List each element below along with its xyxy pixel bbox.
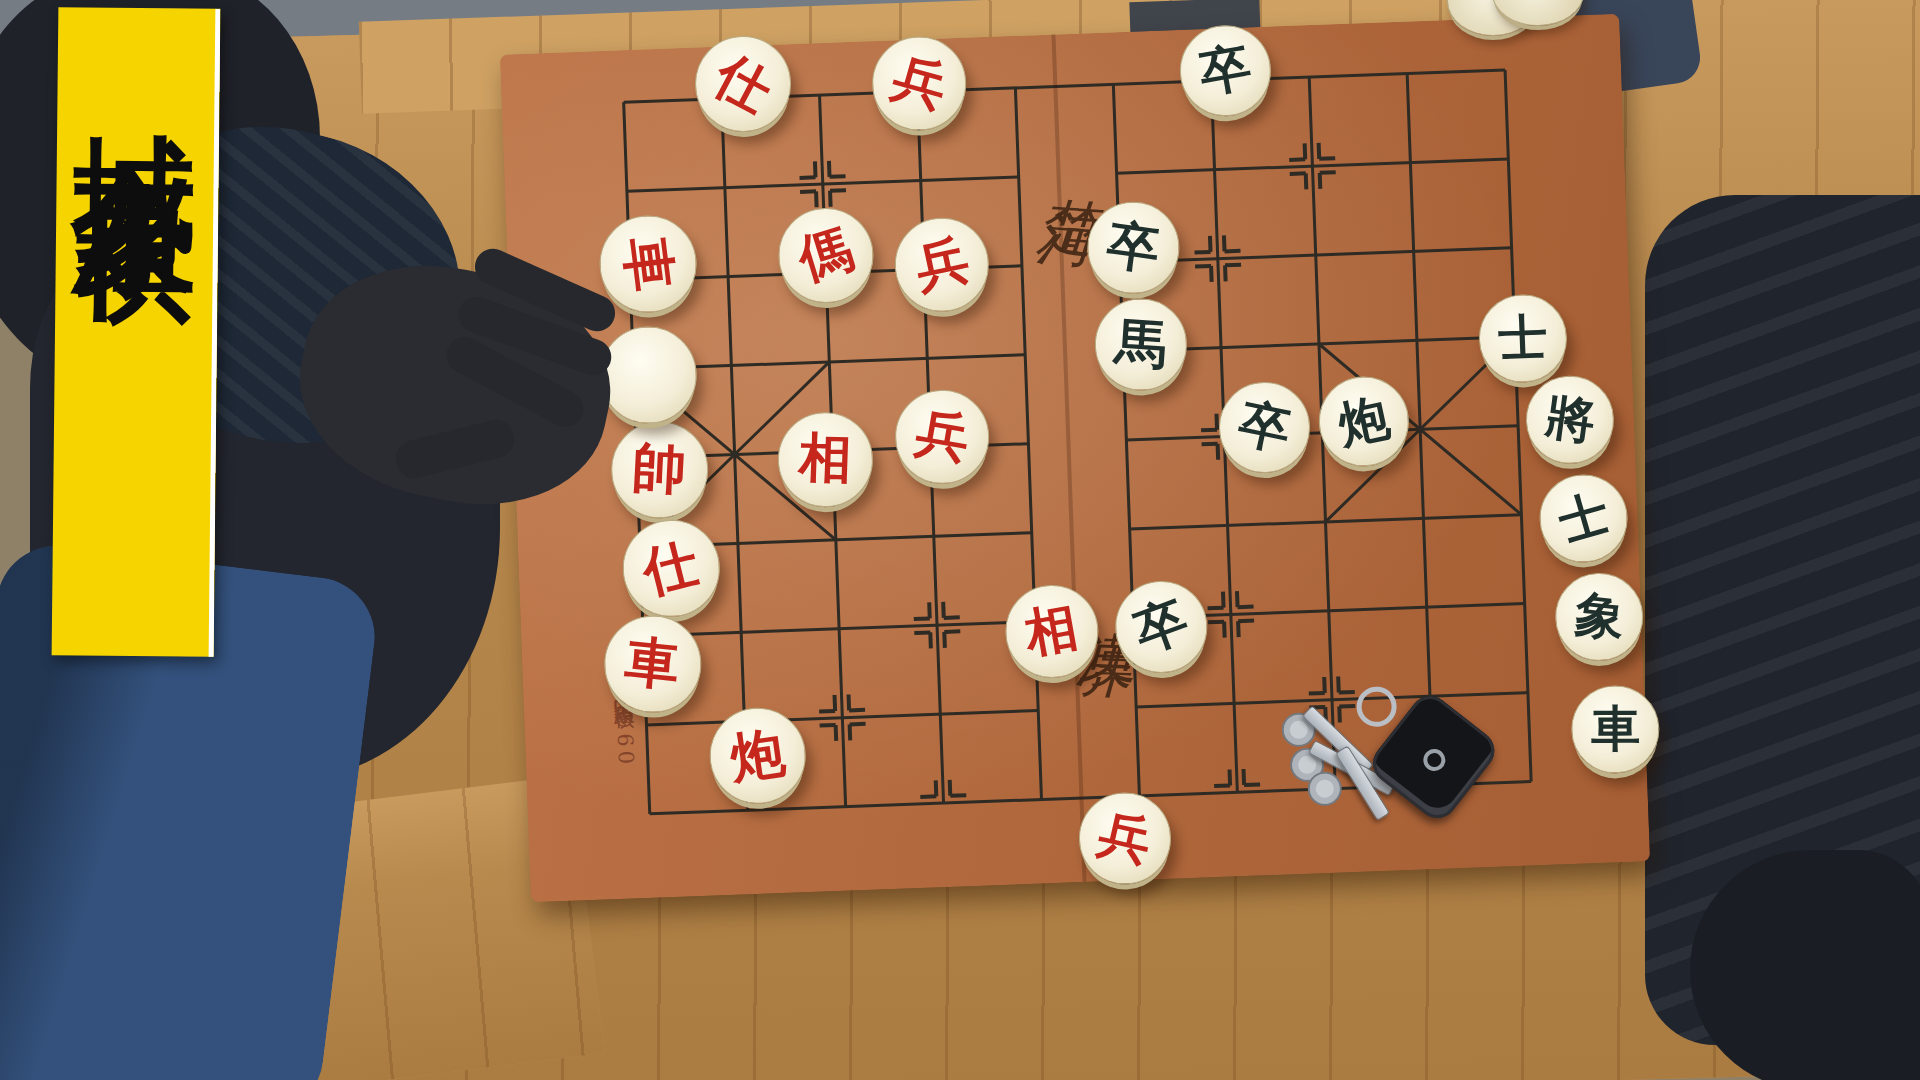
piece-character: 兵 <box>910 397 975 477</box>
piece-red-soldier: 兵 <box>870 35 967 132</box>
piece-black-advisor: 士 <box>1538 473 1629 564</box>
piece-character: 仕 <box>702 39 784 129</box>
yellow-banner: 城市象棋 <box>52 7 221 657</box>
piece-red-soldier: 兵 <box>893 388 990 485</box>
piece-red-unknown-under-glove <box>597 324 697 424</box>
piece-character: 車 <box>608 232 687 295</box>
piece-character: 兵 <box>908 224 975 306</box>
piece-black-soldier: 卒 <box>1217 380 1311 474</box>
piece-character: 相 <box>1020 592 1083 670</box>
piece-character: 兵 <box>1092 799 1158 879</box>
piece-character: 士 <box>1551 480 1616 557</box>
piece-red-soldier: 兵 <box>893 216 990 313</box>
piece-character: 卒 <box>1103 209 1164 285</box>
piece-character: 相 <box>797 422 852 496</box>
piece-character: 士 <box>1497 305 1548 373</box>
piece-red-advisor: 仕 <box>621 518 721 618</box>
scene: 楚河 漢界 中国象棋 ◎60 車帥仕車仕炮傌相兵兵兵相兵卒馬卒卒卒炮士將士象車 … <box>0 0 1920 1080</box>
piece-character: 帥 <box>630 431 688 507</box>
piece-black-soldier: 卒 <box>1086 200 1181 295</box>
piece-character: 卒 <box>1194 32 1256 109</box>
piece-red-chariot: 車 <box>597 213 697 313</box>
piece-character: 象 <box>1571 582 1627 653</box>
piece-black-soldier: 卒 <box>1178 23 1272 117</box>
piece-character: 車 <box>1591 696 1640 762</box>
piece-black-soldier: 卒 <box>1114 579 1209 674</box>
piece-black-advisor: 士 <box>1477 293 1568 384</box>
car-keys <box>1275 650 1535 874</box>
piece-character: 卒 <box>1232 388 1296 466</box>
piece-red-horse: 傌 <box>776 206 874 304</box>
banner-text: 城市象棋 <box>77 33 200 130</box>
piece-character: 炮 <box>1332 383 1395 459</box>
piece-red-chariot: 車 <box>602 613 702 713</box>
key-ring <box>1355 685 1399 729</box>
piece-red-king: 帥 <box>609 419 709 519</box>
piece-black-cannon: 炮 <box>1317 375 1410 468</box>
piece-black-elephant: 象 <box>1554 571 1645 662</box>
piece-character: 卒 <box>1125 585 1198 669</box>
piece-character: 傌 <box>789 213 861 297</box>
piece-character: 車 <box>622 625 683 703</box>
right-player-knee <box>1690 850 1920 1080</box>
piece-character: 將 <box>1541 384 1599 456</box>
piece-red-cannon: 炮 <box>708 706 807 805</box>
piece-black-horse: 馬 <box>1093 297 1188 392</box>
piece-red-advisor: 仕 <box>693 34 792 133</box>
piece-red-elephant: 相 <box>1003 583 1099 679</box>
piece-black-king: 將 <box>1524 374 1615 465</box>
piece-character: 馬 <box>1113 308 1170 381</box>
piece-character: 炮 <box>726 716 790 796</box>
piece-character: 兵 <box>884 42 955 126</box>
piece-red-soldier: 兵 <box>1077 791 1172 886</box>
piece-red-elephant: 相 <box>776 410 874 508</box>
piece-character: 仕 <box>636 526 706 610</box>
